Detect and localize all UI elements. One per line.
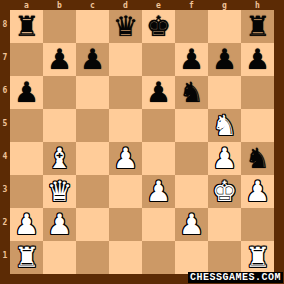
black-rook: ♜ — [241, 10, 274, 43]
square-f1[interactable] — [175, 241, 208, 274]
rank-label-2: 2 — [0, 208, 10, 241]
square-a2[interactable]: ♟ — [10, 208, 43, 241]
square-c5[interactable] — [76, 109, 109, 142]
watermark: CHESSGAMES.COM — [188, 272, 283, 283]
white-pawn: ♟ — [10, 208, 43, 241]
square-g4[interactable]: ♟ — [208, 142, 241, 175]
square-h6[interactable] — [241, 76, 274, 109]
square-a1[interactable]: ♜ — [10, 241, 43, 274]
black-pawn: ♟ — [175, 43, 208, 76]
square-c8[interactable] — [76, 10, 109, 43]
square-f3[interactable] — [175, 175, 208, 208]
black-queen: ♛ — [109, 10, 142, 43]
white-king: ♚ — [208, 175, 241, 208]
black-pawn: ♟ — [10, 76, 43, 109]
black-pawn: ♟ — [76, 43, 109, 76]
square-h4[interactable]: ♞ — [241, 142, 274, 175]
square-e8[interactable]: ♚ — [142, 10, 175, 43]
chess-diagram: a b c d e f g h 8 7 6 5 4 3 2 1 ♜♛♚♜♟♟♟♟… — [0, 0, 284, 284]
square-b6[interactable] — [43, 76, 76, 109]
square-d1[interactable] — [109, 241, 142, 274]
square-c6[interactable] — [76, 76, 109, 109]
white-pawn: ♟ — [142, 175, 175, 208]
square-d7[interactable] — [109, 43, 142, 76]
rank-label-4: 4 — [0, 142, 10, 175]
square-d4[interactable]: ♟ — [109, 142, 142, 175]
square-c3[interactable] — [76, 175, 109, 208]
square-a7[interactable] — [10, 43, 43, 76]
square-d3[interactable] — [109, 175, 142, 208]
square-b4[interactable]: ♝ — [43, 142, 76, 175]
square-d5[interactable] — [109, 109, 142, 142]
square-g1[interactable] — [208, 241, 241, 274]
square-a6[interactable]: ♟ — [10, 76, 43, 109]
square-f6[interactable]: ♞ — [175, 76, 208, 109]
square-g2[interactable] — [208, 208, 241, 241]
black-knight: ♞ — [241, 142, 274, 175]
square-c7[interactable]: ♟ — [76, 43, 109, 76]
rank-label-7: 7 — [0, 43, 10, 76]
white-pawn: ♟ — [109, 142, 142, 175]
square-h8[interactable]: ♜ — [241, 10, 274, 43]
white-pawn: ♟ — [241, 175, 274, 208]
square-c2[interactable] — [76, 208, 109, 241]
square-h3[interactable]: ♟ — [241, 175, 274, 208]
square-g7[interactable]: ♟ — [208, 43, 241, 76]
rank-label-5: 5 — [0, 109, 10, 142]
square-c1[interactable] — [76, 241, 109, 274]
square-a8[interactable]: ♜ — [10, 10, 43, 43]
square-f8[interactable] — [175, 10, 208, 43]
white-queen: ♛ — [43, 175, 76, 208]
square-e2[interactable] — [142, 208, 175, 241]
file-labels: a b c d e f g h — [10, 0, 274, 10]
white-rook: ♜ — [241, 241, 274, 274]
square-b1[interactable] — [43, 241, 76, 274]
square-d2[interactable] — [109, 208, 142, 241]
square-d6[interactable] — [109, 76, 142, 109]
square-a5[interactable] — [10, 109, 43, 142]
square-b3[interactable]: ♛ — [43, 175, 76, 208]
black-pawn: ♟ — [241, 43, 274, 76]
black-pawn: ♟ — [142, 76, 175, 109]
square-c4[interactable] — [76, 142, 109, 175]
white-knight: ♞ — [208, 109, 241, 142]
square-g6[interactable] — [208, 76, 241, 109]
square-g5[interactable]: ♞ — [208, 109, 241, 142]
rank-label-8: 8 — [0, 10, 10, 43]
white-bishop: ♝ — [43, 142, 76, 175]
square-h5[interactable] — [241, 109, 274, 142]
square-e4[interactable] — [142, 142, 175, 175]
square-e1[interactable] — [142, 241, 175, 274]
square-b5[interactable] — [43, 109, 76, 142]
square-h7[interactable]: ♟ — [241, 43, 274, 76]
square-f7[interactable]: ♟ — [175, 43, 208, 76]
rank-label-1: 1 — [0, 241, 10, 274]
square-h2[interactable] — [241, 208, 274, 241]
square-b7[interactable]: ♟ — [43, 43, 76, 76]
square-g3[interactable]: ♚ — [208, 175, 241, 208]
white-rook: ♜ — [10, 241, 43, 274]
square-f2[interactable]: ♟ — [175, 208, 208, 241]
square-f4[interactable] — [175, 142, 208, 175]
black-pawn: ♟ — [43, 43, 76, 76]
rank-label-3: 3 — [0, 175, 10, 208]
square-a4[interactable] — [10, 142, 43, 175]
square-g8[interactable] — [208, 10, 241, 43]
white-pawn: ♟ — [208, 142, 241, 175]
rank-labels: 8 7 6 5 4 3 2 1 — [0, 10, 10, 274]
square-d8[interactable]: ♛ — [109, 10, 142, 43]
black-king: ♚ — [142, 10, 175, 43]
watermark-text: CHESSGAMES.COM — [190, 272, 281, 283]
black-rook: ♜ — [10, 10, 43, 43]
square-b2[interactable]: ♟ — [43, 208, 76, 241]
square-f5[interactable] — [175, 109, 208, 142]
square-a3[interactable] — [10, 175, 43, 208]
white-pawn: ♟ — [175, 208, 208, 241]
white-pawn: ♟ — [43, 208, 76, 241]
square-e5[interactable] — [142, 109, 175, 142]
rank-label-6: 6 — [0, 76, 10, 109]
square-e6[interactable]: ♟ — [142, 76, 175, 109]
chess-board: ♜♛♚♜♟♟♟♟♟♟♟♞♞♝♟♟♞♛♟♚♟♟♟♟♜♜ — [10, 10, 274, 274]
black-knight: ♞ — [175, 76, 208, 109]
black-pawn: ♟ — [208, 43, 241, 76]
square-h1[interactable]: ♜ — [241, 241, 274, 274]
square-e3[interactable]: ♟ — [142, 175, 175, 208]
square-b8[interactable] — [43, 10, 76, 43]
square-e7[interactable] — [142, 43, 175, 76]
